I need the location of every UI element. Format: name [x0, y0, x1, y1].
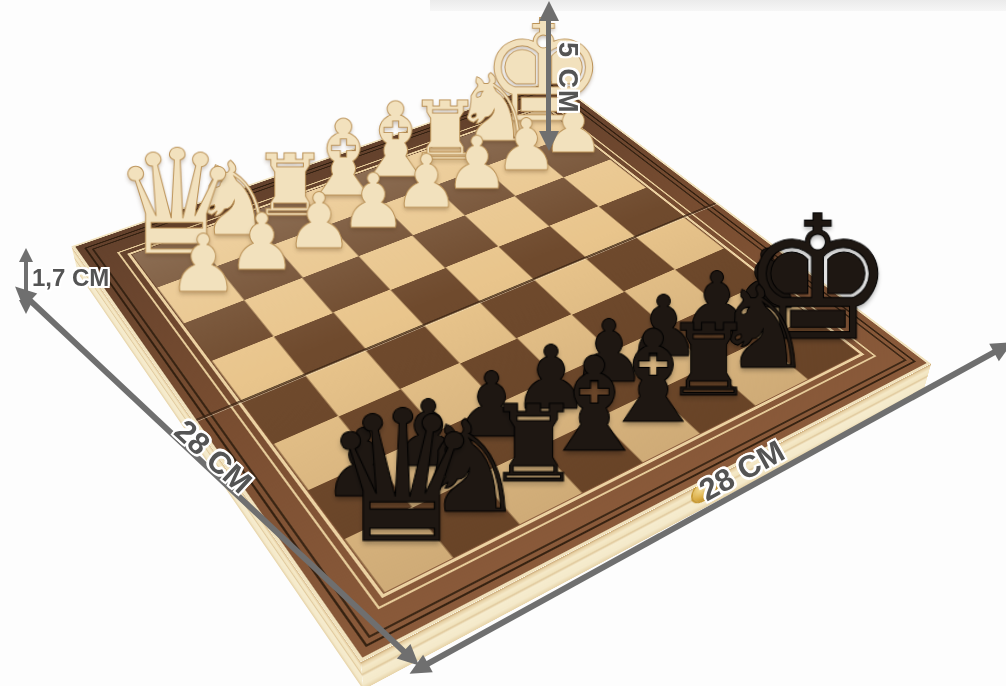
height-dimension-arrow [546, 20, 551, 132]
height-dimension-label: 5 CM [552, 42, 583, 115]
black-knight: ♞ [386, 416, 552, 520]
black-pawn: ♟ [281, 426, 445, 503]
black-rook: ♜ [452, 401, 614, 488]
thickness-dimension-label: 1,7 CM [32, 264, 109, 292]
black-pawn: ♟ [534, 317, 684, 387]
black-queen: ♛ [317, 404, 487, 553]
black-pawn: ♟ [413, 369, 570, 442]
black-pawn: ♟ [590, 293, 737, 362]
black-bishop: ♝ [575, 325, 730, 430]
black-bishop: ♝ [515, 351, 674, 458]
black-rook: ♜ [633, 320, 785, 402]
chess-board: ♛♞♜♝♝♜♞♚♟♟♟♟♟♟♟♟♟♟♟♟♟♟♟♟♛♞♜♝♝♜♞♚ [72, 79, 932, 662]
black-pawn: ♟ [348, 397, 508, 472]
black-pawn: ♟ [475, 342, 628, 414]
product-photo-stage: ♛♞♜♝♝♜♞♚♟♟♟♟♟♟♟♟♟♟♟♟♟♟♟♟♛♞♜♝♝♜♞♚ 5 CM 1,… [0, 0, 1006, 686]
